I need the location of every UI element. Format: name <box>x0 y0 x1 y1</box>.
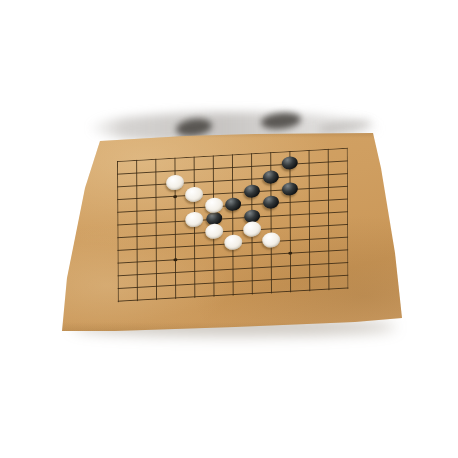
photo-scene <box>0 0 458 458</box>
white-stone[interactable] <box>185 211 203 227</box>
black-stone[interactable] <box>225 198 241 212</box>
star-point <box>289 252 293 255</box>
white-stone[interactable] <box>205 223 223 239</box>
white-stone[interactable] <box>262 232 280 248</box>
white-stone[interactable] <box>166 174 184 190</box>
black-stone[interactable] <box>263 195 279 209</box>
white-stone[interactable] <box>205 198 223 214</box>
black-stone[interactable] <box>263 170 279 184</box>
black-stone[interactable] <box>244 184 260 198</box>
black-stone[interactable] <box>282 156 298 170</box>
white-stone[interactable] <box>224 235 242 251</box>
star-point <box>173 195 177 198</box>
go-board-grid[interactable] <box>117 148 348 302</box>
white-stone[interactable] <box>185 186 203 202</box>
star-point <box>174 258 178 261</box>
black-stone[interactable] <box>282 182 298 196</box>
white-stone[interactable] <box>243 221 261 237</box>
